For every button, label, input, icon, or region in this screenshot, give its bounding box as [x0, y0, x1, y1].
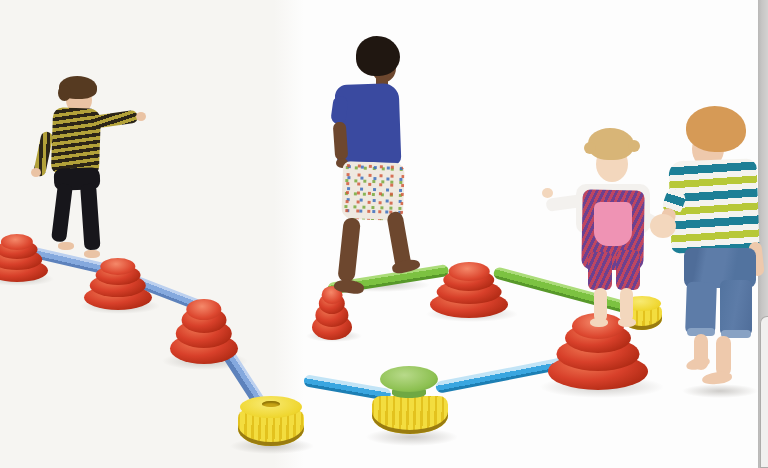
stone-top — [240, 396, 302, 418]
boy-walking — [322, 36, 426, 292]
hair-curl — [628, 140, 640, 152]
foot — [618, 318, 636, 327]
leg — [337, 217, 361, 282]
stone-tier — [186, 299, 221, 321]
hand — [136, 112, 146, 121]
foot — [84, 250, 100, 258]
leg — [51, 183, 73, 242]
jeans-leg — [720, 280, 752, 336]
overall-leg — [616, 250, 640, 290]
green-disc — [380, 366, 438, 392]
overall-leg — [588, 252, 612, 290]
foot — [701, 370, 732, 385]
hair-curl — [584, 142, 596, 154]
hair — [356, 36, 400, 76]
leg — [80, 183, 101, 250]
screenshot-canvas — [0, 0, 768, 468]
red-stepping-stone — [430, 260, 508, 318]
shin — [594, 288, 607, 322]
foot — [58, 242, 74, 250]
shin — [716, 336, 731, 376]
boy-balancing — [28, 76, 146, 264]
adjacent-card-corner[interactable] — [760, 316, 768, 468]
jeans-leg — [685, 281, 717, 334]
boy-striped-tee — [654, 96, 768, 396]
foot — [590, 318, 608, 327]
stone-tier — [449, 262, 490, 281]
yellow-stepping-stone — [238, 396, 304, 446]
red-stepping-stone — [84, 256, 152, 310]
hand — [31, 168, 41, 177]
arm — [333, 122, 349, 161]
stone-hole — [262, 401, 279, 408]
hair — [686, 106, 746, 152]
yellow-stone-green-top — [372, 366, 448, 434]
overall-bib — [594, 202, 632, 246]
hand — [542, 188, 553, 198]
stone-body — [372, 396, 448, 434]
shin — [620, 288, 633, 322]
hair — [58, 85, 71, 101]
red-stepping-stone — [170, 296, 238, 364]
joined-hands — [650, 214, 676, 238]
